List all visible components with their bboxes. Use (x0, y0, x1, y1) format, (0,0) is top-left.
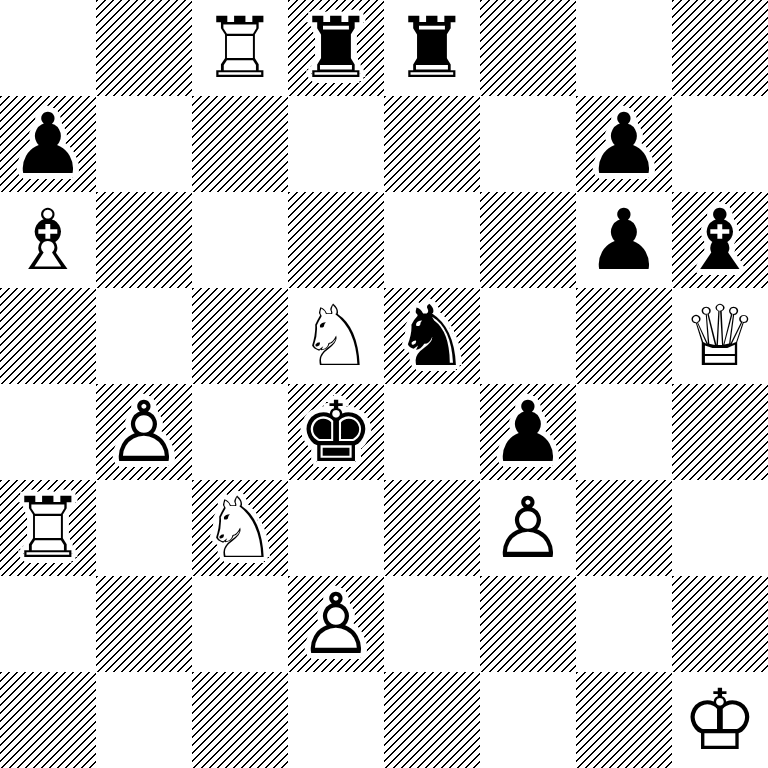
square-d8[interactable]: ♜♜ (288, 0, 384, 96)
square-a7[interactable]: ♟♟ (0, 96, 96, 192)
piece-black-knight[interactable]: ♞♞ (384, 288, 480, 384)
piece-glyph: ♝ (672, 192, 768, 288)
square-d4[interactable]: ♚♚ (288, 384, 384, 480)
square-c8[interactable]: ♜♖ (192, 0, 288, 96)
square-e2[interactable] (384, 576, 480, 672)
square-h4[interactable] (672, 384, 768, 480)
square-h2[interactable] (672, 576, 768, 672)
square-g2[interactable] (576, 576, 672, 672)
piece-white-knight[interactable]: ♞♘ (288, 288, 384, 384)
square-d2[interactable]: ♟♙ (288, 576, 384, 672)
square-c1[interactable] (192, 672, 288, 768)
square-e8[interactable]: ♜♜ (384, 0, 480, 96)
piece-black-pawn[interactable]: ♟♟ (480, 384, 576, 480)
square-b5[interactable] (96, 288, 192, 384)
piece-glyph: ♙ (480, 480, 576, 576)
square-h6[interactable]: ♝♝ (672, 192, 768, 288)
piece-glyph: ♟ (576, 96, 672, 192)
square-h8[interactable] (672, 0, 768, 96)
square-h3[interactable] (672, 480, 768, 576)
piece-glyph: ♘ (192, 480, 288, 576)
square-b3[interactable] (96, 480, 192, 576)
chess-board: ♜♖♜♜♜♜♟♟♟♟♝♗♟♟♝♝♞♘♞♞♛♕♟♙♚♚♟♟♜♖♞♘♟♙♟♙♚♔ (0, 0, 768, 768)
piece-white-pawn[interactable]: ♟♙ (96, 384, 192, 480)
piece-glyph: ♟ (480, 384, 576, 480)
square-a2[interactable] (0, 576, 96, 672)
square-b2[interactable] (96, 576, 192, 672)
piece-black-pawn[interactable]: ♟♟ (576, 192, 672, 288)
square-a1[interactable] (0, 672, 96, 768)
piece-white-queen[interactable]: ♛♕ (672, 288, 768, 384)
piece-glyph: ♜ (384, 0, 480, 96)
square-g5[interactable] (576, 288, 672, 384)
square-e5[interactable]: ♞♞ (384, 288, 480, 384)
piece-white-pawn[interactable]: ♟♙ (480, 480, 576, 576)
piece-glyph: ♜ (288, 0, 384, 96)
square-e3[interactable] (384, 480, 480, 576)
square-g6[interactable]: ♟♟ (576, 192, 672, 288)
square-e1[interactable] (384, 672, 480, 768)
square-d7[interactable] (288, 96, 384, 192)
square-b1[interactable] (96, 672, 192, 768)
square-c2[interactable] (192, 576, 288, 672)
square-b6[interactable] (96, 192, 192, 288)
square-f3[interactable]: ♟♙ (480, 480, 576, 576)
square-c6[interactable] (192, 192, 288, 288)
square-d5[interactable]: ♞♘ (288, 288, 384, 384)
piece-white-pawn[interactable]: ♟♙ (288, 576, 384, 672)
square-e4[interactable] (384, 384, 480, 480)
piece-glyph: ♖ (192, 0, 288, 96)
square-f2[interactable] (480, 576, 576, 672)
square-c7[interactable] (192, 96, 288, 192)
square-e7[interactable] (384, 96, 480, 192)
piece-glyph: ♔ (672, 672, 768, 768)
square-e6[interactable] (384, 192, 480, 288)
square-a4[interactable] (0, 384, 96, 480)
square-g4[interactable] (576, 384, 672, 480)
piece-glyph: ♙ (288, 576, 384, 672)
piece-glyph: ♟ (576, 192, 672, 288)
piece-white-bishop[interactable]: ♝♗ (0, 192, 96, 288)
square-f8[interactable] (480, 0, 576, 96)
piece-glyph: ♙ (96, 384, 192, 480)
piece-white-rook[interactable]: ♜♖ (192, 0, 288, 96)
square-d6[interactable] (288, 192, 384, 288)
piece-glyph: ♘ (288, 288, 384, 384)
square-g3[interactable] (576, 480, 672, 576)
square-c3[interactable]: ♞♘ (192, 480, 288, 576)
square-b8[interactable] (96, 0, 192, 96)
square-g8[interactable] (576, 0, 672, 96)
square-g1[interactable] (576, 672, 672, 768)
square-f7[interactable] (480, 96, 576, 192)
piece-glyph: ♞ (384, 288, 480, 384)
piece-white-knight[interactable]: ♞♘ (192, 480, 288, 576)
square-f6[interactable] (480, 192, 576, 288)
square-h1[interactable]: ♚♔ (672, 672, 768, 768)
square-f4[interactable]: ♟♟ (480, 384, 576, 480)
piece-black-king[interactable]: ♚♚ (288, 384, 384, 480)
square-a6[interactable]: ♝♗ (0, 192, 96, 288)
piece-glyph: ♕ (672, 288, 768, 384)
square-g7[interactable]: ♟♟ (576, 96, 672, 192)
piece-glyph: ♖ (0, 480, 96, 576)
square-d3[interactable] (288, 480, 384, 576)
piece-black-bishop[interactable]: ♝♝ (672, 192, 768, 288)
square-h5[interactable]: ♛♕ (672, 288, 768, 384)
piece-black-rook[interactable]: ♜♜ (384, 0, 480, 96)
piece-black-pawn[interactable]: ♟♟ (0, 96, 96, 192)
square-c5[interactable] (192, 288, 288, 384)
piece-white-king[interactable]: ♚♔ (672, 672, 768, 768)
square-h7[interactable] (672, 96, 768, 192)
piece-glyph: ♗ (0, 192, 96, 288)
square-d1[interactable] (288, 672, 384, 768)
square-a5[interactable] (0, 288, 96, 384)
square-a8[interactable] (0, 0, 96, 96)
square-c4[interactable] (192, 384, 288, 480)
piece-black-rook[interactable]: ♜♜ (288, 0, 384, 96)
piece-glyph: ♟ (0, 96, 96, 192)
piece-glyph: ♚ (288, 384, 384, 480)
square-b4[interactable]: ♟♙ (96, 384, 192, 480)
square-f1[interactable] (480, 672, 576, 768)
square-a3[interactable]: ♜♖ (0, 480, 96, 576)
piece-black-pawn[interactable]: ♟♟ (576, 96, 672, 192)
piece-white-rook[interactable]: ♜♖ (0, 480, 96, 576)
square-f5[interactable] (480, 288, 576, 384)
square-b7[interactable] (96, 96, 192, 192)
